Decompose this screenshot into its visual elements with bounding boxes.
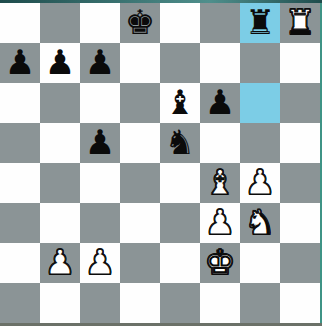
square-e6[interactable]: ♝ bbox=[160, 83, 200, 123]
white-rook-piece[interactable]: ♜ bbox=[285, 3, 315, 42]
square-h6[interactable] bbox=[280, 83, 320, 123]
square-g7[interactable] bbox=[240, 43, 280, 83]
square-c1[interactable] bbox=[80, 283, 120, 323]
square-d1[interactable] bbox=[120, 283, 160, 323]
square-b5[interactable] bbox=[40, 123, 80, 163]
square-a4[interactable] bbox=[0, 163, 40, 203]
square-c2[interactable]: ♟ bbox=[80, 243, 120, 283]
square-g1[interactable] bbox=[240, 283, 280, 323]
square-c8[interactable] bbox=[80, 3, 120, 43]
square-h4[interactable] bbox=[280, 163, 320, 203]
square-d3[interactable] bbox=[120, 203, 160, 243]
square-a6[interactable] bbox=[0, 83, 40, 123]
square-f6[interactable]: ♟ bbox=[200, 83, 240, 123]
white-pawn-piece[interactable]: ♟ bbox=[85, 243, 115, 282]
square-b3[interactable] bbox=[40, 203, 80, 243]
white-pawn-piece[interactable]: ♟ bbox=[205, 203, 235, 242]
square-c5[interactable]: ♟ bbox=[80, 123, 120, 163]
black-pawn-piece[interactable]: ♟ bbox=[85, 123, 115, 162]
square-e8[interactable] bbox=[160, 3, 200, 43]
square-h5[interactable] bbox=[280, 123, 320, 163]
square-g3[interactable]: ♞ bbox=[240, 203, 280, 243]
square-f7[interactable] bbox=[200, 43, 240, 83]
square-h7[interactable] bbox=[280, 43, 320, 83]
square-a5[interactable] bbox=[0, 123, 40, 163]
square-d5[interactable] bbox=[120, 123, 160, 163]
square-h1[interactable] bbox=[280, 283, 320, 323]
square-b6[interactable] bbox=[40, 83, 80, 123]
square-e5[interactable]: ♞ bbox=[160, 123, 200, 163]
square-c7[interactable]: ♟ bbox=[80, 43, 120, 83]
square-f8[interactable] bbox=[200, 3, 240, 43]
square-b2[interactable]: ♟ bbox=[40, 243, 80, 283]
screenshot-root: ♚♜♜♟♟♟♝♟♟♞♝♟♟♞♟♟♚ bbox=[0, 0, 322, 326]
white-knight-piece[interactable]: ♞ bbox=[245, 203, 275, 242]
square-e7[interactable] bbox=[160, 43, 200, 83]
square-e3[interactable] bbox=[160, 203, 200, 243]
board-frame: ♚♜♜♟♟♟♝♟♟♞♝♟♟♞♟♟♚ bbox=[0, 3, 322, 323]
square-d7[interactable] bbox=[120, 43, 160, 83]
square-a3[interactable] bbox=[0, 203, 40, 243]
black-bishop-piece[interactable]: ♝ bbox=[165, 83, 195, 122]
square-f4[interactable]: ♝ bbox=[200, 163, 240, 203]
square-a2[interactable] bbox=[0, 243, 40, 283]
square-b4[interactable] bbox=[40, 163, 80, 203]
square-d4[interactable] bbox=[120, 163, 160, 203]
square-g8[interactable]: ♜ bbox=[240, 3, 280, 43]
square-d6[interactable] bbox=[120, 83, 160, 123]
white-bishop-piece[interactable]: ♝ bbox=[205, 163, 235, 202]
chess-board: ♚♜♜♟♟♟♝♟♟♞♝♟♟♞♟♟♚ bbox=[0, 3, 320, 323]
black-king-piece[interactable]: ♚ bbox=[125, 3, 155, 42]
square-h8[interactable]: ♜ bbox=[280, 3, 320, 43]
square-h3[interactable] bbox=[280, 203, 320, 243]
square-b7[interactable]: ♟ bbox=[40, 43, 80, 83]
square-f5[interactable] bbox=[200, 123, 240, 163]
square-a7[interactable]: ♟ bbox=[0, 43, 40, 83]
black-rook-piece[interactable]: ♜ bbox=[245, 3, 275, 42]
square-d2[interactable] bbox=[120, 243, 160, 283]
square-c4[interactable] bbox=[80, 163, 120, 203]
black-pawn-piece[interactable]: ♟ bbox=[45, 43, 75, 82]
square-c3[interactable] bbox=[80, 203, 120, 243]
square-g4[interactable]: ♟ bbox=[240, 163, 280, 203]
square-f1[interactable] bbox=[200, 283, 240, 323]
square-d8[interactable]: ♚ bbox=[120, 3, 160, 43]
square-b1[interactable] bbox=[40, 283, 80, 323]
black-pawn-piece[interactable]: ♟ bbox=[85, 43, 115, 82]
square-f2[interactable]: ♚ bbox=[200, 243, 240, 283]
square-e4[interactable] bbox=[160, 163, 200, 203]
square-c6[interactable] bbox=[80, 83, 120, 123]
white-pawn-piece[interactable]: ♟ bbox=[245, 163, 275, 202]
black-pawn-piece[interactable]: ♟ bbox=[205, 83, 235, 122]
square-a8[interactable] bbox=[0, 3, 40, 43]
square-b8[interactable] bbox=[40, 3, 80, 43]
square-h2[interactable] bbox=[280, 243, 320, 283]
black-knight-piece[interactable]: ♞ bbox=[165, 123, 195, 162]
square-g5[interactable] bbox=[240, 123, 280, 163]
white-king-piece[interactable]: ♚ bbox=[205, 243, 235, 282]
square-g6[interactable] bbox=[240, 83, 280, 123]
black-pawn-piece[interactable]: ♟ bbox=[5, 43, 35, 82]
square-e2[interactable] bbox=[160, 243, 200, 283]
square-a1[interactable] bbox=[0, 283, 40, 323]
square-g2[interactable] bbox=[240, 243, 280, 283]
square-e1[interactable] bbox=[160, 283, 200, 323]
white-pawn-piece[interactable]: ♟ bbox=[45, 243, 75, 282]
square-f3[interactable]: ♟ bbox=[200, 203, 240, 243]
